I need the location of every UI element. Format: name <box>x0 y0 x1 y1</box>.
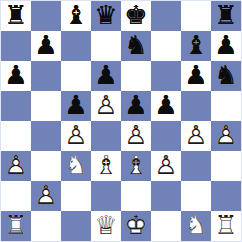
square-g6[interactable]: ♟♟ <box>181 61 211 91</box>
piece-glyph-outline: ♘ <box>61 150 91 180</box>
piece-glyph-outline: ♟ <box>211 30 241 60</box>
piece-glyph-outline: ♙ <box>121 120 151 150</box>
square-g1[interactable]: ♞♘ <box>181 211 211 241</box>
square-b7[interactable]: ♟♟ <box>31 31 61 61</box>
square-d4[interactable] <box>91 121 121 151</box>
piece-glyph-outline: ♗ <box>91 150 121 180</box>
piece-white-queen: ♛♕ <box>91 211 121 241</box>
piece-glyph-outline: ♛ <box>91 0 121 30</box>
piece-glyph-outline: ♟ <box>181 60 211 90</box>
square-e6[interactable] <box>121 61 151 91</box>
square-f3[interactable]: ♟♙ <box>151 151 181 181</box>
square-d2[interactable] <box>91 181 121 211</box>
piece-glyph-outline: ♗ <box>121 150 151 180</box>
square-h6[interactable]: ♞♞ <box>211 61 241 91</box>
square-h7[interactable]: ♟♟ <box>211 31 241 61</box>
square-f1[interactable] <box>151 211 181 241</box>
square-c3[interactable]: ♞♘ <box>61 151 91 181</box>
square-a1[interactable]: ♜♖ <box>1 211 31 241</box>
square-a2[interactable] <box>1 181 31 211</box>
piece-glyph-outline: ♙ <box>1 150 31 180</box>
piece-black-queen: ♛♛ <box>91 1 121 31</box>
piece-glyph-outline: ♔ <box>121 210 151 240</box>
square-d1[interactable]: ♛♕ <box>91 211 121 241</box>
piece-glyph-outline: ♙ <box>31 180 61 210</box>
piece-white-pawn: ♟♙ <box>1 151 31 181</box>
piece-black-pawn: ♟♟ <box>181 61 211 91</box>
square-g5[interactable] <box>181 91 211 121</box>
square-c1[interactable] <box>61 211 91 241</box>
piece-black-pawn: ♟♟ <box>211 31 241 61</box>
piece-white-pawn: ♟♙ <box>31 181 61 211</box>
piece-glyph-outline: ♝ <box>181 30 211 60</box>
square-c5[interactable]: ♟♟ <box>61 91 91 121</box>
square-b3[interactable] <box>31 151 61 181</box>
square-a3[interactable]: ♟♙ <box>1 151 31 181</box>
square-f5[interactable]: ♟♟ <box>151 91 181 121</box>
square-g3[interactable] <box>181 151 211 181</box>
square-e8[interactable]: ♚♚ <box>121 1 151 31</box>
piece-white-bishop: ♝♗ <box>121 151 151 181</box>
piece-glyph-outline: ♟ <box>151 90 181 120</box>
piece-black-pawn: ♟♟ <box>61 91 91 121</box>
square-f6[interactable] <box>151 61 181 91</box>
piece-glyph-outline: ♕ <box>91 210 121 240</box>
square-g7[interactable]: ♝♝ <box>181 31 211 61</box>
piece-black-pawn: ♟♟ <box>31 31 61 61</box>
square-b6[interactable] <box>31 61 61 91</box>
square-f2[interactable] <box>151 181 181 211</box>
piece-black-pawn: ♟♟ <box>121 91 151 121</box>
piece-glyph-outline: ♖ <box>1 210 31 240</box>
square-c8[interactable]: ♝♝ <box>61 1 91 31</box>
square-a8[interactable]: ♜♜ <box>1 1 31 31</box>
piece-glyph-outline: ♖ <box>211 210 241 240</box>
square-e1[interactable]: ♚♔ <box>121 211 151 241</box>
square-h8[interactable]: ♜♜ <box>211 1 241 31</box>
square-d6[interactable]: ♟♟ <box>91 61 121 91</box>
square-a6[interactable]: ♟♟ <box>1 61 31 91</box>
square-b1[interactable] <box>31 211 61 241</box>
piece-glyph-outline: ♘ <box>181 210 211 240</box>
square-b4[interactable] <box>31 121 61 151</box>
piece-white-rook: ♜♖ <box>211 211 241 241</box>
square-c6[interactable] <box>61 61 91 91</box>
piece-glyph-outline: ♝ <box>61 0 91 30</box>
piece-glyph-outline: ♜ <box>1 0 31 30</box>
piece-white-rook: ♜♖ <box>1 211 31 241</box>
board-grid: ♜♜♝♝♛♛♚♚♜♜♟♟♞♞♝♝♟♟♟♟♟♟♟♟♞♞♟♟♟♙♟♟♟♟♟♙♟♙♟♙… <box>1 1 241 241</box>
square-g4[interactable]: ♟♙ <box>181 121 211 151</box>
piece-glyph-outline: ♙ <box>181 120 211 150</box>
square-f4[interactable] <box>151 121 181 151</box>
square-d7[interactable] <box>91 31 121 61</box>
square-h5[interactable] <box>211 91 241 121</box>
piece-white-pawn: ♟♙ <box>121 121 151 151</box>
piece-white-pawn: ♟♙ <box>181 121 211 151</box>
piece-white-knight: ♞♘ <box>61 151 91 181</box>
square-h2[interactable] <box>211 181 241 211</box>
piece-glyph-outline: ♞ <box>211 60 241 90</box>
piece-glyph-outline: ♟ <box>61 90 91 120</box>
piece-glyph-outline: ♟ <box>1 60 31 90</box>
square-h3[interactable] <box>211 151 241 181</box>
chess-board: ♜♜♝♝♛♛♚♚♜♜♟♟♞♞♝♝♟♟♟♟♟♟♟♟♞♞♟♟♟♙♟♟♟♟♟♙♟♙♟♙… <box>0 0 242 242</box>
square-c7[interactable] <box>61 31 91 61</box>
piece-glyph-outline: ♟ <box>91 60 121 90</box>
piece-black-knight: ♞♞ <box>121 31 151 61</box>
square-b5[interactable] <box>31 91 61 121</box>
piece-white-bishop: ♝♗ <box>91 151 121 181</box>
square-e5[interactable]: ♟♟ <box>121 91 151 121</box>
square-a4[interactable] <box>1 121 31 151</box>
piece-black-king: ♚♚ <box>121 1 151 31</box>
piece-black-bishop: ♝♝ <box>181 31 211 61</box>
piece-white-pawn: ♟♙ <box>61 121 91 151</box>
square-e7[interactable]: ♞♞ <box>121 31 151 61</box>
square-g8[interactable] <box>181 1 211 31</box>
piece-black-knight: ♞♞ <box>211 61 241 91</box>
piece-white-pawn: ♟♙ <box>151 151 181 181</box>
piece-glyph-outline: ♟ <box>31 30 61 60</box>
piece-black-pawn: ♟♟ <box>151 91 181 121</box>
square-c2[interactable] <box>61 181 91 211</box>
piece-glyph-outline: ♙ <box>91 90 121 120</box>
piece-glyph-outline: ♙ <box>211 120 241 150</box>
square-a5[interactable] <box>1 91 31 121</box>
piece-white-knight: ♞♘ <box>181 211 211 241</box>
square-h4[interactable]: ♟♙ <box>211 121 241 151</box>
piece-black-rook: ♜♜ <box>211 1 241 31</box>
square-e2[interactable] <box>121 181 151 211</box>
square-a7[interactable] <box>1 31 31 61</box>
square-e3[interactable]: ♝♗ <box>121 151 151 181</box>
square-g2[interactable] <box>181 181 211 211</box>
piece-black-rook: ♜♜ <box>1 1 31 31</box>
square-f8[interactable] <box>151 1 181 31</box>
piece-glyph-outline: ♙ <box>61 120 91 150</box>
piece-white-pawn: ♟♙ <box>91 91 121 121</box>
square-h1[interactable]: ♜♖ <box>211 211 241 241</box>
piece-black-bishop: ♝♝ <box>61 1 91 31</box>
piece-white-pawn: ♟♙ <box>211 121 241 151</box>
square-b8[interactable] <box>31 1 61 31</box>
square-d8[interactable]: ♛♛ <box>91 1 121 31</box>
square-d3[interactable]: ♝♗ <box>91 151 121 181</box>
square-c4[interactable]: ♟♙ <box>61 121 91 151</box>
piece-glyph-outline: ♟ <box>121 90 151 120</box>
square-e4[interactable]: ♟♙ <box>121 121 151 151</box>
square-d5[interactable]: ♟♙ <box>91 91 121 121</box>
piece-glyph-outline: ♜ <box>211 0 241 30</box>
piece-glyph-outline: ♞ <box>121 30 151 60</box>
square-b2[interactable]: ♟♙ <box>31 181 61 211</box>
piece-white-king: ♚♔ <box>121 211 151 241</box>
square-f7[interactable] <box>151 31 181 61</box>
piece-black-pawn: ♟♟ <box>1 61 31 91</box>
piece-black-pawn: ♟♟ <box>91 61 121 91</box>
piece-glyph-outline: ♚ <box>121 0 151 30</box>
piece-glyph-outline: ♙ <box>151 150 181 180</box>
